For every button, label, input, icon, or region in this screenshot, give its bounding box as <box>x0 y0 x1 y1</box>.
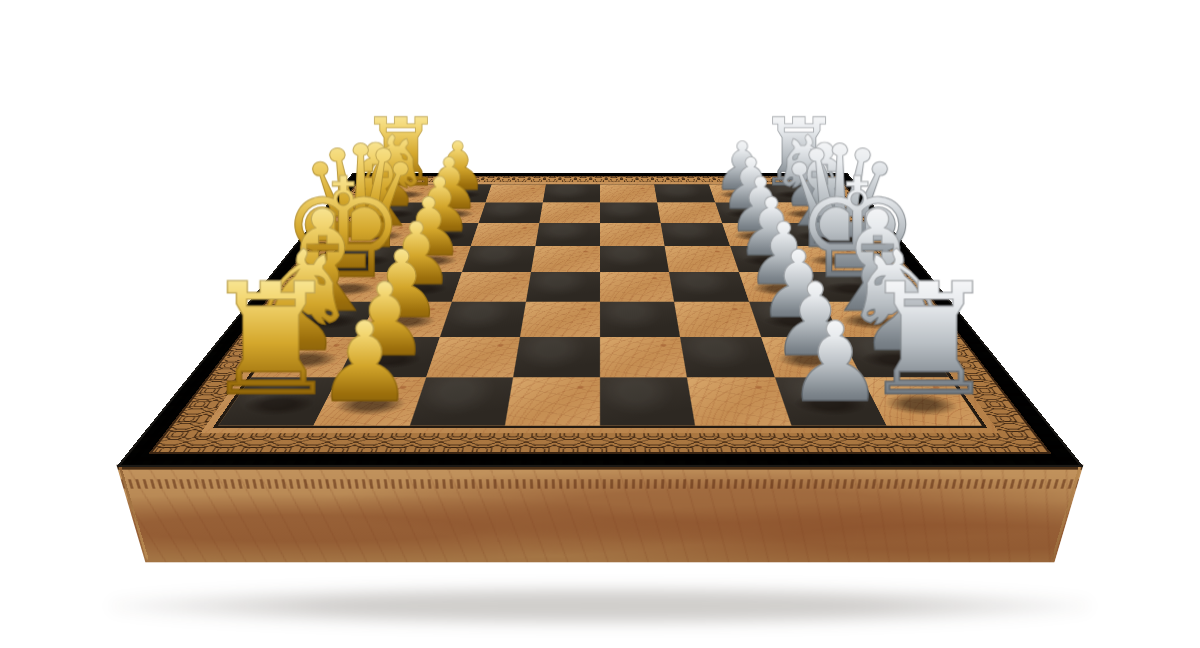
square-0-5[interactable] <box>654 185 715 203</box>
square-3-3[interactable] <box>531 246 600 272</box>
square-2-3[interactable] <box>535 223 600 246</box>
square-6-4[interactable] <box>600 337 687 378</box>
square-7-1[interactable]: ♟ <box>314 377 426 425</box>
square-7-7[interactable]: ♜ <box>862 377 982 425</box>
board-edge-molding: ♜♟♟♜♞♟♟♞♝♟♟♝♛♟♟♛♚♟♟♚♝♟♟♝♞♟♟♞♜♟♟♜ <box>121 173 1079 465</box>
gold-pawn[interactable]: ♟ <box>315 308 414 418</box>
square-7-3[interactable] <box>505 377 600 425</box>
square-2-2[interactable] <box>470 223 539 246</box>
square-0-3[interactable] <box>543 185 600 203</box>
chess-board: ♜♟♟♜♞♟♟♞♝♟♟♝♛♟♟♛♚♟♟♚♝♟♟♝♞♟♟♞♜♟♟♜ <box>121 173 1079 465</box>
square-1-5[interactable] <box>657 203 721 223</box>
square-1-2[interactable] <box>478 203 542 223</box>
border-frieze: ♜♟♟♜♞♟♟♞♝♟♟♝♛♟♟♛♚♟♟♚♝♟♟♝♞♟♟♞♜♟♟♜ <box>149 176 1052 454</box>
square-3-4[interactable] <box>600 246 669 272</box>
square-5-3[interactable] <box>520 302 600 337</box>
box-front-side <box>116 465 1083 563</box>
square-4-5[interactable] <box>669 272 748 302</box>
square-7-2[interactable] <box>409 377 513 425</box>
silver-rook[interactable]: ♜ <box>860 263 999 418</box>
square-5-2[interactable] <box>439 302 525 337</box>
square-7-4[interactable] <box>600 377 695 425</box>
board-grid: ♜♟♟♜♞♟♟♞♝♟♟♝♛♟♟♛♚♟♟♚♝♟♟♝♞♟♟♞♜♟♟♜ <box>213 184 988 428</box>
square-5-4[interactable] <box>600 302 680 337</box>
square-0-2[interactable] <box>485 185 546 203</box>
square-5-5[interactable] <box>674 302 760 337</box>
square-1-4[interactable] <box>600 203 661 223</box>
square-2-4[interactable] <box>600 223 665 246</box>
square-0-4[interactable] <box>600 185 657 203</box>
square-4-2[interactable] <box>451 272 530 302</box>
square-4-3[interactable] <box>526 272 600 302</box>
square-3-5[interactable] <box>665 246 739 272</box>
square-3-2[interactable] <box>462 246 536 272</box>
square-6-5[interactable] <box>680 337 774 378</box>
square-7-5[interactable] <box>687 377 791 425</box>
scene: ♜♟♟♜♞♟♟♞♝♟♟♝♛♟♟♛♚♟♟♚♝♟♟♝♞♟♟♞♜♟♟♜ <box>0 0 1200 648</box>
square-1-3[interactable] <box>539 203 600 223</box>
board-field: ♜♟♟♜♞♟♟♞♝♟♟♝♛♟♟♛♚♟♟♚♝♟♟♝♞♟♟♞♜♟♟♜ <box>201 182 999 432</box>
square-2-5[interactable] <box>661 223 730 246</box>
square-6-2[interactable] <box>426 337 520 378</box>
square-6-3[interactable] <box>513 337 600 378</box>
photo-backdrop: { "game": "chess", "scene": { "descripti… <box>0 0 1200 648</box>
square-4-4[interactable] <box>600 272 674 302</box>
